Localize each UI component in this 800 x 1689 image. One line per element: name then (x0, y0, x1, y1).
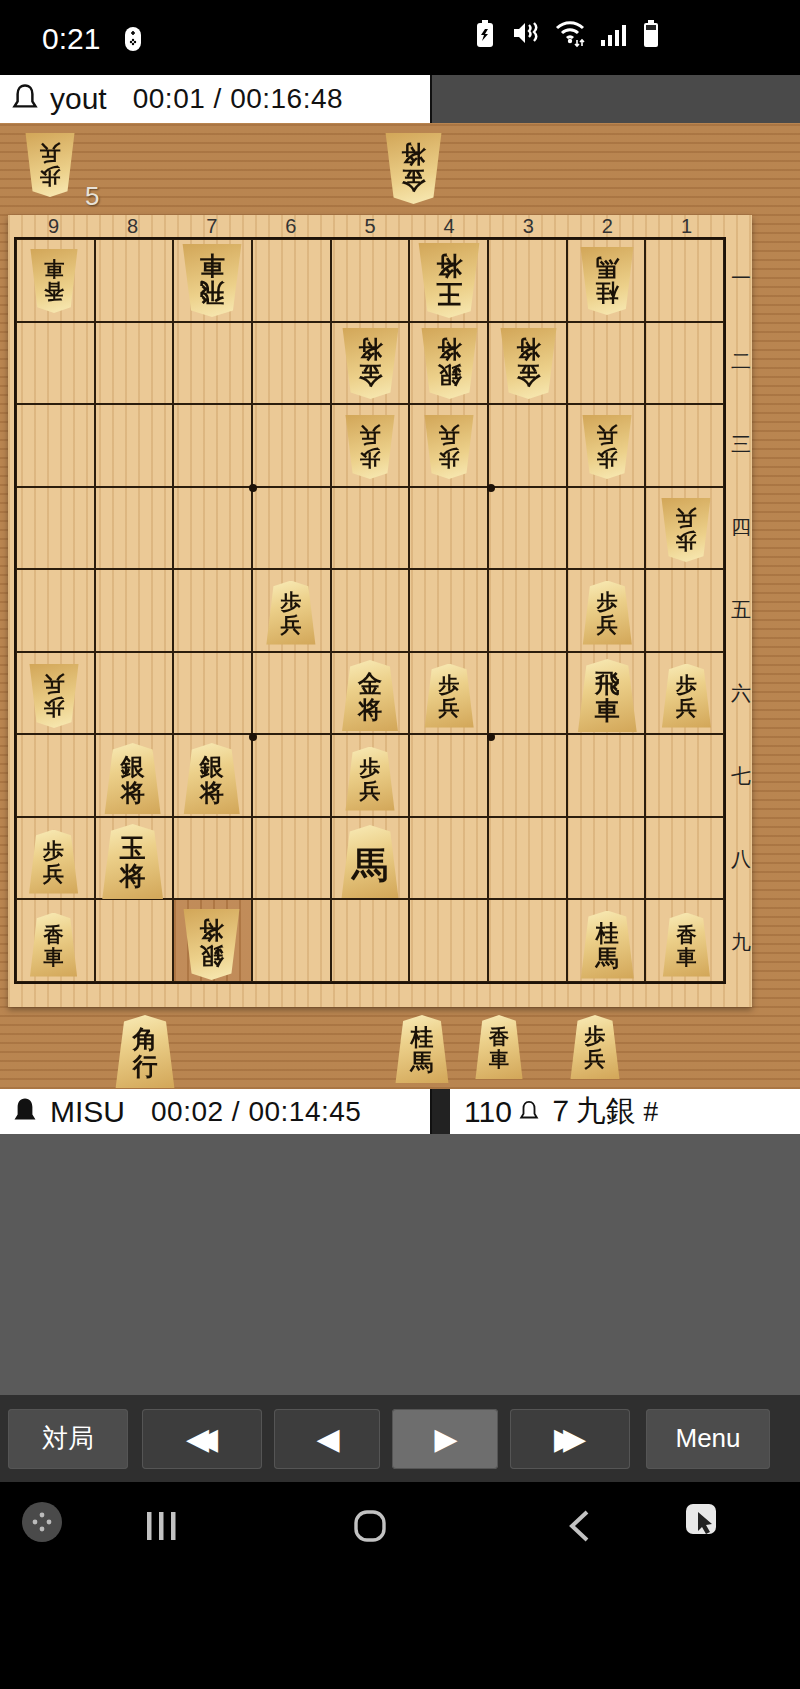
piece-歩兵-gote[interactable]: 歩兵 (29, 664, 79, 728)
star-point (487, 733, 495, 741)
file-label-8: 8 (93, 215, 172, 238)
clock-text: 0:21 (42, 22, 100, 56)
back-button-icon[interactable] (566, 1508, 592, 1548)
square-92[interactable] (16, 322, 95, 405)
square-81[interactable] (95, 239, 174, 322)
rank-label-5: 五 (728, 569, 754, 652)
square-84[interactable] (95, 487, 174, 570)
shogi-board-area: 歩兵5金将 987654321 一二三四五六七八九 香車飛車王将桂馬金将銀将金将… (0, 123, 800, 1089)
piece-王将-gote[interactable]: 王将 (418, 243, 480, 318)
piece-歩兵-sente[interactable]: 歩兵 (570, 1015, 620, 1079)
android-status-bar: 0:21 (0, 0, 800, 75)
piece-香車-sente[interactable]: 香車 (475, 1015, 523, 1079)
piece-銀将-sente[interactable]: 銀将 (104, 743, 161, 814)
square-49[interactable] (409, 899, 488, 982)
piece-香車-gote[interactable]: 香車 (30, 249, 78, 313)
top-player-info: yout 00:01 / 00:16:48 (0, 75, 432, 123)
recents-button-icon[interactable] (143, 1508, 179, 1548)
square-93[interactable] (16, 404, 95, 487)
menu-button[interactable]: Menu (646, 1409, 770, 1469)
piece-金将-gote[interactable]: 金将 (500, 328, 557, 399)
control-button-bar: 対局 ◀◀ ◀ ▶ ▶▶ Menu (0, 1395, 800, 1482)
square-68[interactable] (252, 817, 331, 900)
rank-label-3: 三 (728, 403, 754, 486)
square-33[interactable] (488, 404, 567, 487)
piece-歩兵-gote[interactable]: 歩兵 (661, 498, 711, 562)
square-44[interactable] (409, 487, 488, 570)
piece-香車-sente[interactable]: 香車 (30, 913, 78, 977)
square-72[interactable] (173, 322, 252, 405)
rank-label-2: 二 (728, 320, 754, 403)
piece-角行-sente[interactable]: 角行 (115, 1015, 175, 1088)
square-74[interactable] (173, 487, 252, 570)
piece-歩兵-sente[interactable]: 歩兵 (345, 747, 395, 811)
move-number: 110 (464, 1095, 512, 1129)
home-button-icon[interactable] (352, 1508, 388, 1548)
game-booster-icon[interactable] (20, 1500, 64, 1548)
piece-銀将-gote[interactable]: 銀将 (183, 909, 240, 980)
piece-銀将-gote[interactable]: 銀将 (421, 328, 478, 399)
square-37[interactable] (488, 734, 567, 817)
piece-歩兵-sente[interactable]: 歩兵 (661, 664, 711, 728)
piece-歩兵-gote[interactable]: 歩兵 (424, 415, 474, 479)
square-59[interactable] (331, 899, 410, 982)
piece-歩兵-gote[interactable]: 歩兵 (345, 415, 395, 479)
square-24[interactable] (567, 487, 646, 570)
square-31[interactable] (488, 239, 567, 322)
board-surface: 987654321 一二三四五六七八九 香車飛車王将桂馬金将銀将金将歩兵歩兵歩兵… (8, 215, 752, 1007)
forward-to-end-button[interactable]: ▶▶ (510, 1409, 630, 1469)
square-55[interactable] (331, 569, 410, 652)
square-95[interactable] (16, 569, 95, 652)
square-47[interactable] (409, 734, 488, 817)
promoted-piece-馬-sente[interactable]: 馬 (341, 825, 399, 898)
gote-hand-tray: 歩兵5金将 (0, 123, 800, 215)
top-player-bar: yout 00:01 / 00:16:48 (0, 75, 800, 123)
square-35[interactable] (488, 569, 567, 652)
square-83[interactable] (95, 404, 174, 487)
piece-金将-gote[interactable]: 金将 (342, 328, 399, 399)
rank-label-8: 八 (728, 818, 754, 901)
star-point (487, 484, 495, 492)
piece-歩兵-sente[interactable]: 歩兵 (582, 581, 632, 645)
square-64[interactable] (252, 487, 331, 570)
battery-icon (642, 18, 660, 52)
touch-pointer-icon[interactable] (684, 1502, 724, 1546)
square-45[interactable] (409, 569, 488, 652)
bottom-player-info: MISU 00:02 / 00:14:45 (0, 1089, 432, 1134)
square-17[interactable] (645, 734, 724, 817)
rank-label-6: 六 (728, 652, 754, 735)
piece-桂馬-sente[interactable]: 桂馬 (580, 911, 634, 979)
mute-vibrate-icon (510, 18, 540, 52)
rank-label-7: 七 (728, 735, 754, 818)
square-12[interactable] (645, 322, 724, 405)
square-22[interactable] (567, 322, 646, 405)
square-76[interactable] (173, 652, 252, 735)
square-66[interactable] (252, 652, 331, 735)
piece-歩兵-gote[interactable]: 歩兵 (25, 133, 75, 197)
piece-飛車-gote[interactable]: 飛車 (182, 244, 242, 317)
move-display[interactable]: 110 ７九銀 # (450, 1089, 800, 1134)
square-34[interactable] (488, 487, 567, 570)
file-label-7: 7 (172, 215, 251, 238)
square-73[interactable] (173, 404, 252, 487)
file-labels: 987654321 (14, 215, 726, 237)
square-48[interactable] (409, 817, 488, 900)
piece-銀将-sente[interactable]: 銀将 (183, 743, 240, 814)
bottom-player-clock: 00:02 / 00:14:45 (151, 1096, 361, 1128)
square-69[interactable] (252, 899, 331, 982)
file-label-3: 3 (489, 215, 568, 238)
signal-strength-icon (600, 18, 628, 52)
android-nav-bar (0, 1482, 800, 1689)
piece-玉将-sente[interactable]: 玉将 (102, 824, 164, 899)
piece-歩兵-sente[interactable]: 歩兵 (29, 830, 79, 894)
file-label-4: 4 (410, 215, 489, 238)
square-38[interactable] (488, 817, 567, 900)
move-list-empty-area (0, 1134, 800, 1395)
shogi-app-screen: { "game": "shogi", "position": { "sfen":… (0, 0, 800, 1689)
game-button[interactable]: 対局 (8, 1409, 128, 1469)
square-27[interactable] (567, 734, 646, 817)
top-player-clock: 00:01 / 00:16:48 (133, 83, 343, 115)
bottom-player-bar: MISU 00:02 / 00:14:45 110 ７九銀 # (0, 1089, 800, 1134)
square-94[interactable] (16, 487, 95, 570)
hand-count: 5 (85, 181, 99, 212)
rank-label-4: 四 (728, 486, 754, 569)
square-13[interactable] (645, 404, 724, 487)
square-85[interactable] (95, 569, 174, 652)
top-player-name: yout (50, 82, 107, 116)
gamepad-notification-icon (118, 24, 148, 58)
square-78[interactable] (173, 817, 252, 900)
rewind-to-start-button[interactable]: ◀◀ (142, 1409, 262, 1469)
square-18[interactable] (645, 817, 724, 900)
piece-桂馬-gote[interactable]: 桂馬 (580, 247, 634, 315)
square-54[interactable] (331, 487, 410, 570)
file-label-5: 5 (330, 215, 409, 238)
file-label-9: 9 (14, 215, 93, 238)
square-36[interactable] (488, 652, 567, 735)
piece-歩兵-sente[interactable]: 歩兵 (266, 581, 316, 645)
piece-金将-sente[interactable]: 金将 (342, 660, 399, 731)
step-forward-button[interactable]: ▶ (392, 1409, 498, 1469)
bell-outline-icon (10, 83, 40, 115)
square-28[interactable] (567, 817, 646, 900)
bell-filled-icon (10, 1096, 40, 1128)
rank-label-1: 一 (728, 237, 754, 320)
battery-saver-icon (474, 18, 496, 52)
square-82[interactable] (95, 322, 174, 405)
square-63[interactable] (252, 404, 331, 487)
file-label-6: 6 (251, 215, 330, 238)
file-label-1: 1 (647, 215, 726, 238)
square-11[interactable] (645, 239, 724, 322)
square-97[interactable] (16, 734, 95, 817)
square-86[interactable] (95, 652, 174, 735)
square-15[interactable] (645, 569, 724, 652)
sente-hand-tray: 角行桂馬香車歩兵 (0, 1007, 800, 1089)
wifi-icon (554, 18, 586, 52)
square-51[interactable] (331, 239, 410, 322)
piece-歩兵-sente[interactable]: 歩兵 (424, 664, 474, 728)
piece-香車-sente[interactable]: 香車 (662, 913, 710, 977)
piece-金将-gote[interactable]: 金将 (385, 133, 442, 204)
rank-label-9: 九 (728, 901, 754, 984)
rank-labels: 一二三四五六七八九 (728, 237, 754, 984)
move-text: ７九銀 # (546, 1091, 659, 1132)
step-back-button[interactable]: ◀ (274, 1409, 380, 1469)
square-75[interactable] (173, 569, 252, 652)
piece-桂馬-sente[interactable]: 桂馬 (395, 1015, 449, 1083)
square-61[interactable] (252, 239, 331, 322)
square-39[interactable] (488, 899, 567, 982)
piece-歩兵-gote[interactable]: 歩兵 (582, 415, 632, 479)
bottom-player-name: MISU (50, 1095, 125, 1129)
file-label-2: 2 (568, 215, 647, 238)
square-89[interactable] (95, 899, 174, 982)
square-62[interactable] (252, 322, 331, 405)
square-67[interactable] (252, 734, 331, 817)
bell-small-outline-icon (518, 1100, 540, 1124)
piece-飛車-sente[interactable]: 飛車 (577, 659, 637, 732)
